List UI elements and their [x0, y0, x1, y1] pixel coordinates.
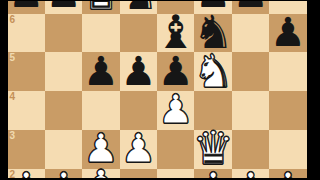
- piece-black-pawn-e5[interactable]: ♟: [157, 51, 194, 90]
- chess-board-screenshot: ♟♟♚♞♟♟6♝♞♟5♟♟♟♞4♟3♟♟♛2♟♟♝♟♟♟: [0, 0, 320, 180]
- square-c7[interactable]: ♚: [82, 0, 119, 14]
- right-letterbox-bar: [307, 0, 320, 180]
- piece-white-king-c7[interactable]: ♚: [82, 0, 119, 13]
- square-b3[interactable]: [45, 130, 82, 169]
- square-f3[interactable]: ♛: [194, 130, 231, 169]
- square-e6[interactable]: ♝: [157, 14, 194, 53]
- piece-black-bishop-e6[interactable]: ♝: [157, 13, 194, 52]
- piece-white-pawn-d3[interactable]: ♟: [120, 129, 157, 168]
- piece-black-pawn-h6[interactable]: ♟: [269, 13, 306, 52]
- square-g6[interactable]: [232, 14, 269, 53]
- square-g7[interactable]: ♟: [232, 0, 269, 14]
- piece-black-pawn-c5[interactable]: ♟: [82, 51, 119, 90]
- chess-board: ♟♟♚♞♟♟6♝♞♟5♟♟♟♞4♟3♟♟♛2♟♟♝♟♟♟: [8, 0, 307, 180]
- square-d3[interactable]: ♟: [120, 130, 157, 169]
- rank-label-5: 5: [10, 53, 16, 63]
- rank-label-6: 6: [10, 15, 16, 25]
- square-e4[interactable]: ♟: [157, 91, 194, 130]
- square-b4[interactable]: [45, 91, 82, 130]
- top-letterbox-bar: [0, 0, 320, 1]
- square-a6[interactable]: 6: [8, 14, 45, 53]
- square-d6[interactable]: [120, 14, 157, 53]
- square-a4[interactable]: 4: [8, 91, 45, 130]
- square-a3[interactable]: 3: [8, 130, 45, 169]
- bottom-letterbox-bar: [0, 178, 320, 180]
- piece-black-pawn-g7[interactable]: ♟: [232, 0, 269, 13]
- piece-white-pawn-e4[interactable]: ♟: [157, 90, 194, 129]
- square-g4[interactable]: [232, 91, 269, 130]
- square-e5[interactable]: ♟: [157, 52, 194, 91]
- square-c4[interactable]: [82, 91, 119, 130]
- rank-label-3: 3: [10, 131, 16, 141]
- piece-black-pawn-a7[interactable]: ♟: [8, 0, 45, 13]
- square-b7[interactable]: ♟: [45, 0, 82, 14]
- piece-white-knight-f5[interactable]: ♞: [194, 51, 231, 90]
- square-c6[interactable]: [82, 14, 119, 53]
- piece-black-knight-d7[interactable]: ♞: [120, 0, 157, 13]
- square-a5[interactable]: 5: [8, 52, 45, 91]
- square-h4[interactable]: [269, 91, 306, 130]
- square-d4[interactable]: [120, 91, 157, 130]
- square-c5[interactable]: ♟: [82, 52, 119, 91]
- square-g3[interactable]: [232, 130, 269, 169]
- square-e3[interactable]: [157, 130, 194, 169]
- square-d5[interactable]: ♟: [120, 52, 157, 91]
- piece-white-queen-f3[interactable]: ♛: [194, 129, 231, 168]
- square-b6[interactable]: [45, 14, 82, 53]
- square-h3[interactable]: [269, 130, 306, 169]
- square-f5[interactable]: ♞: [194, 52, 231, 91]
- left-letterbox-bar: [0, 0, 8, 180]
- square-h6[interactable]: ♟: [269, 14, 306, 53]
- square-h5[interactable]: [269, 52, 306, 91]
- square-b5[interactable]: [45, 52, 82, 91]
- piece-black-pawn-b7[interactable]: ♟: [45, 0, 82, 13]
- square-d7[interactable]: ♞: [120, 0, 157, 14]
- square-g5[interactable]: [232, 52, 269, 91]
- rank-label-4: 4: [10, 92, 16, 102]
- square-a7[interactable]: ♟: [8, 0, 45, 14]
- piece-black-pawn-d5[interactable]: ♟: [120, 51, 157, 90]
